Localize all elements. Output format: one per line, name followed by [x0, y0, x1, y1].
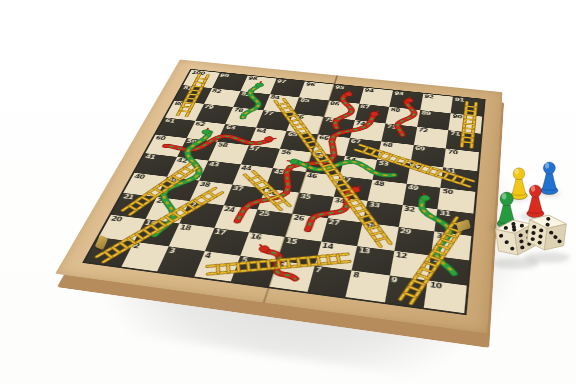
- square-number: 50: [442, 189, 453, 196]
- square-number: 36: [265, 189, 277, 196]
- square-number: 40: [133, 173, 146, 180]
- square-number: 17: [214, 229, 227, 237]
- square-number: 47: [339, 177, 351, 184]
- square-number: 20: [110, 215, 124, 222]
- square-15: 15: [277, 237, 321, 266]
- square-17: 17: [205, 228, 250, 256]
- square-number: 31: [439, 210, 451, 217]
- square-number: 46: [306, 173, 318, 180]
- square-number: 4: [204, 252, 212, 259]
- square-32: 32: [399, 205, 438, 232]
- right-die[interactable]: [525, 212, 568, 255]
- square-11: 11: [428, 255, 469, 285]
- square-5: 5: [231, 256, 277, 287]
- square-number: 29: [399, 228, 411, 236]
- square-number: 3: [168, 248, 176, 255]
- square-37: 37: [224, 184, 266, 209]
- board-grid-wrap: 1009998979695949392918182838485868788899…: [82, 69, 485, 315]
- square-33: 33: [363, 201, 403, 227]
- square-39: 39: [156, 176, 199, 201]
- square-number: 9: [390, 277, 397, 285]
- photo-scene: { "scene": { "description": "Overhead-an…: [0, 0, 576, 384]
- square-4: 4: [194, 251, 241, 281]
- square-46: 46: [299, 172, 339, 197]
- square-number: 49: [407, 185, 418, 192]
- square-30: 30: [431, 232, 471, 261]
- board-3d-wrapper: 1009998979695949392918182838485868788899…: [55, 60, 502, 334]
- square-28: 28: [357, 223, 398, 251]
- square-49: 49: [403, 184, 441, 209]
- square-8: 8: [346, 271, 390, 303]
- square-number: 26: [292, 215, 304, 222]
- square-number: 28: [363, 224, 375, 231]
- square-number: 10: [429, 282, 442, 291]
- square-13: 13: [352, 246, 395, 276]
- square-27: 27: [321, 218, 363, 246]
- square-19: 19: [133, 219, 179, 247]
- square-number: 23: [189, 202, 202, 209]
- square-50: 50: [438, 188, 476, 214]
- square-40: 40: [123, 173, 167, 198]
- square-number: 11: [433, 256, 445, 264]
- square-number: 16: [249, 233, 262, 241]
- square-3: 3: [157, 247, 204, 277]
- square-number: 24: [223, 206, 236, 213]
- square-34: 34: [327, 196, 367, 222]
- square-number: 35: [299, 193, 311, 200]
- square-18: 18: [169, 223, 215, 251]
- square-23: 23: [180, 201, 224, 228]
- square-29: 29: [394, 227, 435, 255]
- square-number: 48: [373, 181, 384, 188]
- square-number: 25: [257, 211, 270, 218]
- square-number: 27: [328, 219, 340, 226]
- square-number: 6: [277, 262, 285, 269]
- square-number: 14: [321, 242, 334, 250]
- square-number: 37: [232, 185, 244, 192]
- square-36: 36: [258, 188, 300, 214]
- square-1: 1: [85, 237, 133, 266]
- square-number: 38: [199, 181, 211, 188]
- square-16: 16: [241, 232, 285, 261]
- square-number: 15: [285, 238, 298, 246]
- square-14: 14: [314, 241, 357, 270]
- square-24: 24: [214, 205, 257, 232]
- square-48: 48: [368, 180, 407, 205]
- square-35: 35: [292, 192, 333, 218]
- square-number: 12: [395, 252, 407, 260]
- square-number: 5: [240, 257, 248, 264]
- square-10: 10: [424, 281, 467, 313]
- square-22: 22: [145, 197, 190, 223]
- square-number: 22: [155, 198, 168, 205]
- square-2: 2: [121, 242, 169, 271]
- square-number: 2: [132, 243, 141, 250]
- square-47: 47: [333, 176, 372, 201]
- square-number: 34: [334, 197, 346, 204]
- square-21: 21: [111, 193, 156, 219]
- square-number: 8: [352, 272, 359, 280]
- square-number: 39: [166, 177, 179, 184]
- square-9: 9: [385, 276, 428, 308]
- square-number: 7: [314, 267, 322, 275]
- square-number: 21: [122, 194, 135, 201]
- square-7: 7: [307, 266, 352, 297]
- square-38: 38: [190, 180, 233, 205]
- square-26: 26: [285, 214, 327, 241]
- square-number: 33: [368, 202, 380, 209]
- square-number: 19: [144, 220, 157, 227]
- square-25: 25: [250, 210, 293, 237]
- square-number: 18: [179, 224, 192, 232]
- square-6: 6: [269, 261, 314, 292]
- snakes-and-ladders-art: [83, 70, 487, 317]
- square-number: 13: [358, 247, 371, 255]
- square-12: 12: [390, 251, 432, 281]
- square-number: 30: [436, 233, 448, 241]
- square-number: 32: [404, 206, 416, 213]
